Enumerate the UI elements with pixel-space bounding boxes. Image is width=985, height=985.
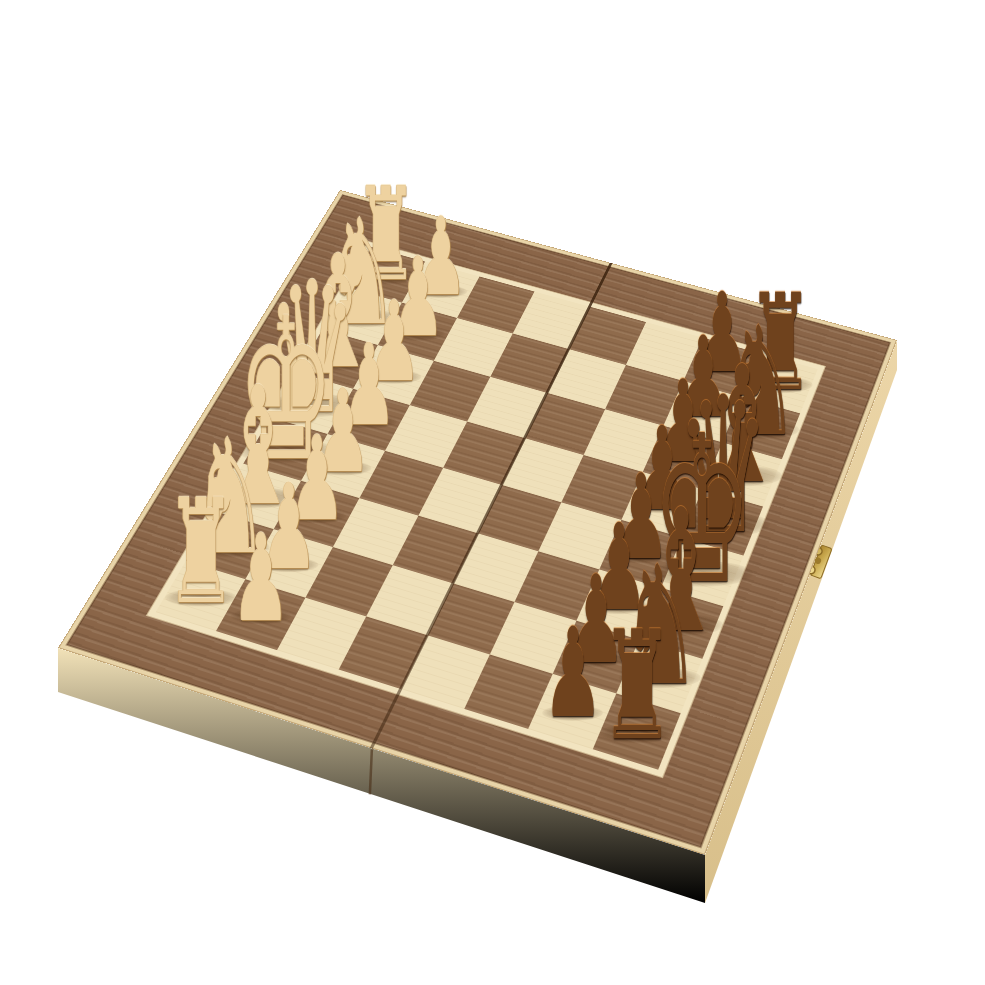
piece-white-pawn: ♟ bbox=[231, 518, 290, 638]
piece-black-rook: ♜ bbox=[600, 611, 674, 761]
chess-set-product-photo[interactable]: ♜♞♝♛♚♝♞♜♟♟♟♟♟♟♟♟♟♟♟♟♟♟♟♟♜♞♝♛♚♝♞♜ bbox=[0, 0, 985, 985]
piece-white-rook: ♜ bbox=[165, 480, 236, 624]
piece-black-pawn: ♟ bbox=[542, 612, 603, 736]
